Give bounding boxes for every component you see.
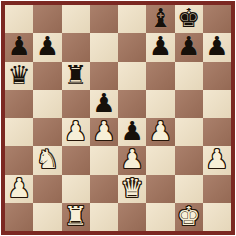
square-e7[interactable] (118, 33, 146, 61)
white-pawn-piece: ♟ (64, 118, 87, 144)
square-f7[interactable]: ♟ (146, 33, 174, 61)
white-queen-piece: ♛ (120, 175, 143, 201)
square-c4[interactable]: ♟ (62, 118, 90, 146)
square-c1[interactable]: ♜ (62, 203, 90, 231)
square-h8[interactable] (203, 5, 231, 33)
square-f3[interactable] (146, 146, 174, 174)
square-a8[interactable] (5, 5, 33, 33)
square-c5[interactable] (62, 90, 90, 118)
square-g2[interactable] (175, 175, 203, 203)
square-d2[interactable] (90, 175, 118, 203)
square-b4[interactable] (33, 118, 61, 146)
black-pawn-piece: ♟ (36, 33, 59, 59)
square-e8[interactable] (118, 5, 146, 33)
white-pawn-piece: ♟ (7, 175, 30, 201)
square-b2[interactable] (33, 175, 61, 203)
square-g3[interactable] (175, 146, 203, 174)
square-b5[interactable] (33, 90, 61, 118)
square-d6[interactable] (90, 62, 118, 90)
square-f6[interactable] (146, 62, 174, 90)
square-c6[interactable]: ♜ (62, 62, 90, 90)
square-h7[interactable]: ♟ (203, 33, 231, 61)
square-c2[interactable] (62, 175, 90, 203)
square-e6[interactable] (118, 62, 146, 90)
square-f8[interactable]: ♝ (146, 5, 174, 33)
square-b8[interactable] (33, 5, 61, 33)
square-h5[interactable] (203, 90, 231, 118)
square-g5[interactable] (175, 90, 203, 118)
black-pawn-piece: ♟ (92, 90, 115, 116)
square-h3[interactable]: ♟ (203, 146, 231, 174)
black-bishop-piece: ♝ (149, 5, 172, 31)
square-b3[interactable]: ♞ (33, 146, 61, 174)
square-a2[interactable]: ♟ (5, 175, 33, 203)
square-a5[interactable] (5, 90, 33, 118)
white-pawn-piece: ♟ (149, 118, 172, 144)
black-pawn-piece: ♟ (7, 33, 30, 59)
black-pawn-piece: ♟ (120, 118, 143, 144)
square-a7[interactable]: ♟ (5, 33, 33, 61)
white-pawn-piece: ♟ (92, 118, 115, 144)
square-a3[interactable] (5, 146, 33, 174)
white-knight-piece: ♞ (36, 146, 59, 172)
square-a1[interactable] (5, 203, 33, 231)
square-d4[interactable]: ♟ (90, 118, 118, 146)
square-f5[interactable] (146, 90, 174, 118)
square-g4[interactable] (175, 118, 203, 146)
black-pawn-piece: ♟ (205, 33, 228, 59)
square-b1[interactable] (33, 203, 61, 231)
square-g8[interactable]: ♚ (175, 5, 203, 33)
white-rook-piece: ♜ (64, 203, 87, 229)
square-d8[interactable] (90, 5, 118, 33)
square-f2[interactable] (146, 175, 174, 203)
black-king-piece: ♚ (177, 5, 200, 31)
square-e3[interactable]: ♟ (118, 146, 146, 174)
white-king-piece: ♚ (177, 203, 200, 229)
black-pawn-piece: ♟ (149, 33, 172, 59)
square-b7[interactable]: ♟ (33, 33, 61, 61)
square-c3[interactable] (62, 146, 90, 174)
white-pawn-piece: ♟ (120, 146, 143, 172)
square-h4[interactable] (203, 118, 231, 146)
square-a4[interactable] (5, 118, 33, 146)
square-e4[interactable]: ♟ (118, 118, 146, 146)
square-a6[interactable]: ♛ (5, 62, 33, 90)
square-h1[interactable] (203, 203, 231, 231)
white-pawn-piece: ♟ (205, 146, 228, 172)
square-d3[interactable] (90, 146, 118, 174)
square-d1[interactable] (90, 203, 118, 231)
square-g6[interactable] (175, 62, 203, 90)
chess-board: ♝♚♟♟♟♟♟♛♜♟♟♟♟♟♞♟♟♟♛♜♚ (5, 5, 231, 231)
square-d5[interactable]: ♟ (90, 90, 118, 118)
square-d7[interactable] (90, 33, 118, 61)
square-h6[interactable] (203, 62, 231, 90)
black-rook-piece: ♜ (64, 62, 87, 88)
square-h2[interactable] (203, 175, 231, 203)
chess-board-frame: ♝♚♟♟♟♟♟♛♜♟♟♟♟♟♞♟♟♟♛♜♚ (1, 1, 235, 235)
square-c8[interactable] (62, 5, 90, 33)
square-e5[interactable] (118, 90, 146, 118)
square-f1[interactable] (146, 203, 174, 231)
square-b6[interactable] (33, 62, 61, 90)
black-queen-piece: ♛ (7, 62, 30, 88)
square-g1[interactable]: ♚ (175, 203, 203, 231)
square-c7[interactable] (62, 33, 90, 61)
square-g7[interactable]: ♟ (175, 33, 203, 61)
black-pawn-piece: ♟ (177, 33, 200, 59)
square-e2[interactable]: ♛ (118, 175, 146, 203)
square-e1[interactable] (118, 203, 146, 231)
page-background: { "game": "chess", "position": { "fen": … (0, 0, 236, 236)
square-f4[interactable]: ♟ (146, 118, 174, 146)
